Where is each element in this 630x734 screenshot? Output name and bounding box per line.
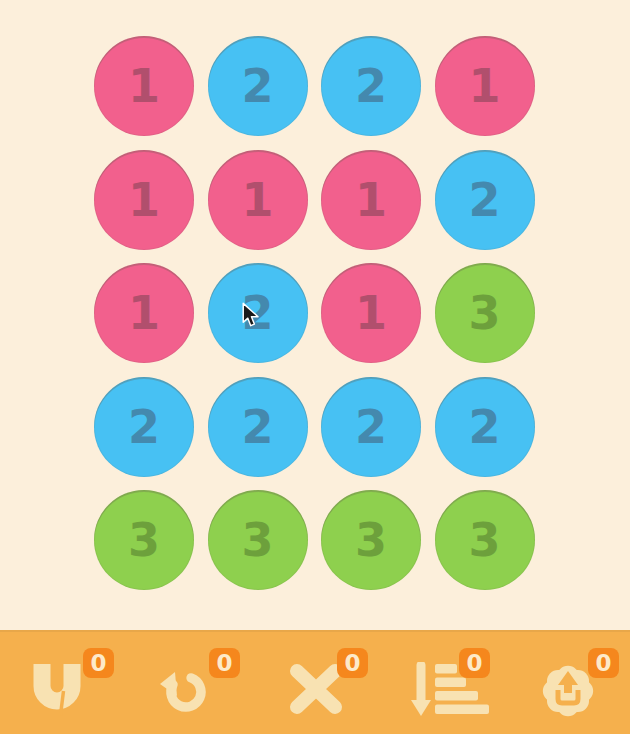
tile-1[interactable]: 1 — [321, 150, 421, 250]
tile-1[interactable]: 1 — [94, 150, 194, 250]
tile-2[interactable]: 2 — [435, 377, 535, 477]
delete-button[interactable]: 0 — [284, 646, 374, 730]
tile-1[interactable]: 1 — [94, 36, 194, 136]
count-badge: 0 — [209, 648, 240, 678]
toolbar: 0 0 0 0 — [0, 630, 630, 734]
tile-3[interactable]: 3 — [208, 490, 308, 590]
tile-1[interactable]: 1 — [435, 36, 535, 136]
count-badge: 0 — [337, 648, 368, 678]
count-badge: 0 — [83, 648, 114, 678]
tile-3[interactable]: 3 — [435, 490, 535, 590]
tile-2[interactable]: 2 — [94, 377, 194, 477]
tile-1[interactable]: 1 — [321, 263, 421, 363]
tile-1[interactable]: 1 — [94, 263, 194, 363]
rotate-button[interactable]: 0 — [156, 646, 246, 730]
tile-2[interactable]: 2 — [321, 36, 421, 136]
tile-3[interactable]: 3 — [435, 263, 535, 363]
tile-3[interactable]: 3 — [94, 490, 194, 590]
board: 12211112121322223333 — [94, 36, 535, 590]
count-badge: 0 — [459, 648, 490, 678]
upgrade-button[interactable]: 0 — [535, 646, 625, 730]
cursor — [242, 302, 259, 329]
tile-2[interactable]: 2 — [208, 36, 308, 136]
rotate-icon — [158, 660, 210, 720]
tile-1[interactable]: 1 — [208, 150, 308, 250]
magnet-icon — [32, 662, 82, 716]
tile-2[interactable]: 2 — [208, 377, 308, 477]
tile-3[interactable]: 3 — [321, 490, 421, 590]
count-badge: 0 — [588, 648, 619, 678]
magnet-button[interactable]: 0 — [30, 646, 120, 730]
tile-2[interactable]: 2 — [321, 377, 421, 477]
tile-2[interactable]: 2 — [435, 150, 535, 250]
sort-button[interactable]: 0 — [406, 646, 496, 730]
